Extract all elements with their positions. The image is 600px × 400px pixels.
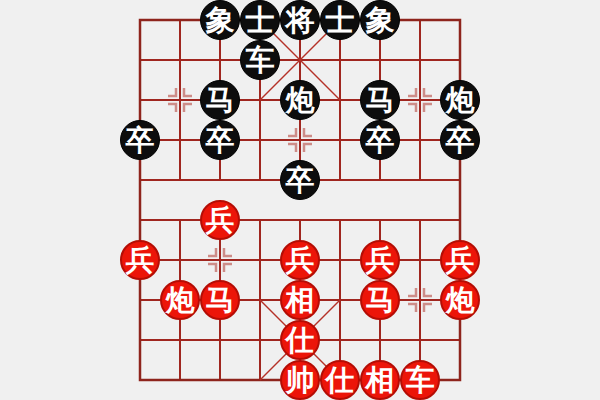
board-point: 马 (360, 80, 400, 120)
piece-black-cannon[interactable]: 炮 (440, 80, 480, 120)
piece-black-cannon[interactable]: 炮 (280, 80, 320, 120)
piece-red-cannon[interactable]: 炮 (160, 280, 200, 320)
piece-black-soldier[interactable]: 卒 (120, 120, 160, 160)
xiangqi-board[interactable]: 象士将士象车马炮马炮卒卒卒卒卒兵兵兵兵兵炮马相马炮仕帅仕相车 (0, 0, 600, 400)
board-point: 帅 (280, 360, 320, 400)
board-point: 相 (280, 280, 320, 320)
board-point: 仕 (280, 320, 320, 360)
piece-red-cannon[interactable]: 炮 (440, 280, 480, 320)
piece-red-elephant[interactable]: 相 (360, 360, 400, 400)
piece-black-soldier[interactable]: 卒 (200, 120, 240, 160)
board-point: 兵 (440, 240, 480, 280)
board-point: 炮 (440, 80, 480, 120)
board-point: 卒 (440, 120, 480, 160)
piece-red-horse[interactable]: 马 (200, 280, 240, 320)
board-point: 兵 (360, 240, 400, 280)
piece-black-elephant[interactable]: 象 (360, 0, 400, 40)
piece-red-horse[interactable]: 马 (360, 280, 400, 320)
piece-black-horse[interactable]: 马 (360, 80, 400, 120)
piece-red-soldier[interactable]: 兵 (120, 240, 160, 280)
piece-black-elephant[interactable]: 象 (200, 0, 240, 40)
piece-red-advisor[interactable]: 仕 (320, 360, 360, 400)
board-point: 车 (400, 360, 440, 400)
board-point: 炮 (160, 280, 200, 320)
piece-black-advisor[interactable]: 士 (240, 0, 280, 40)
piece-black-chariot[interactable]: 车 (240, 40, 280, 80)
board-point: 卒 (200, 120, 240, 160)
piece-red-soldier[interactable]: 兵 (200, 200, 240, 240)
piece-red-general[interactable]: 帅 (280, 360, 320, 400)
board-point: 马 (200, 80, 240, 120)
piece-black-soldier[interactable]: 卒 (440, 120, 480, 160)
board-point: 卒 (360, 120, 400, 160)
board-point: 士 (240, 0, 280, 40)
piece-black-soldier[interactable]: 卒 (280, 160, 320, 200)
board-point: 仕 (320, 360, 360, 400)
board-point: 兵 (120, 240, 160, 280)
board-point: 将 (280, 0, 320, 40)
piece-red-soldier[interactable]: 兵 (440, 240, 480, 280)
board-point: 兵 (280, 240, 320, 280)
piece-red-soldier[interactable]: 兵 (280, 240, 320, 280)
board-point: 相 (360, 360, 400, 400)
board-point: 马 (360, 280, 400, 320)
pieces-layer: 象士将士象车马炮马炮卒卒卒卒卒兵兵兵兵兵炮马相马炮仕帅仕相车 (120, 0, 480, 400)
board-point: 兵 (200, 200, 240, 240)
board-point: 象 (200, 0, 240, 40)
piece-black-advisor[interactable]: 士 (320, 0, 360, 40)
board-point: 炮 (440, 280, 480, 320)
board-point: 卒 (280, 160, 320, 200)
piece-black-general[interactable]: 将 (280, 0, 320, 40)
board-point: 卒 (120, 120, 160, 160)
board-point: 车 (240, 40, 280, 80)
piece-red-chariot[interactable]: 车 (400, 360, 440, 400)
board-point: 炮 (280, 80, 320, 120)
piece-black-horse[interactable]: 马 (200, 80, 240, 120)
piece-black-soldier[interactable]: 卒 (360, 120, 400, 160)
piece-red-elephant[interactable]: 相 (280, 280, 320, 320)
board-point: 象 (360, 0, 400, 40)
board-point: 士 (320, 0, 360, 40)
board-point: 马 (200, 280, 240, 320)
piece-red-soldier[interactable]: 兵 (360, 240, 400, 280)
piece-red-advisor[interactable]: 仕 (280, 320, 320, 360)
